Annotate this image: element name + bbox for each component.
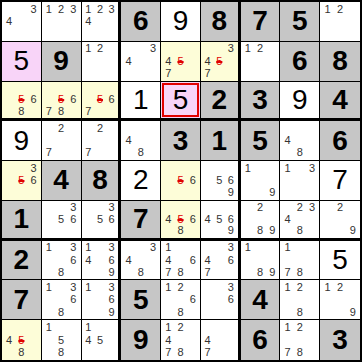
cell-r7c4[interactable]: 348 xyxy=(121,241,161,281)
given-digit: 3 xyxy=(252,86,268,114)
candidate-empty xyxy=(294,162,306,174)
cell-r4c1[interactable]: 9 xyxy=(2,121,42,161)
candidate-8: 8 xyxy=(294,306,306,318)
cell-r1c7[interactable]: 7 xyxy=(241,2,281,42)
candidate-empty xyxy=(43,294,55,306)
candidate-empty xyxy=(346,213,359,225)
cell-r7c7[interactable]: 189 xyxy=(241,241,281,281)
cell-r1c1[interactable]: 34 xyxy=(2,2,42,42)
given-digit: 6 xyxy=(332,127,348,155)
cell-r3c9[interactable]: 4 xyxy=(320,82,360,122)
candidate-8: 8 xyxy=(15,346,27,359)
pencil-marks: 1368 xyxy=(42,241,81,280)
pencil-marks: 4568 xyxy=(161,201,200,238)
cell-r4c3[interactable]: 27 xyxy=(82,121,122,161)
candidate-2: 2 xyxy=(334,3,347,15)
pencil-marks: 1234 xyxy=(82,2,119,41)
candidate-6: 6 xyxy=(187,254,199,266)
cell-r2c1[interactable]: 5 xyxy=(2,42,42,82)
cell-r9c4[interactable]: 9 xyxy=(121,320,161,360)
cell-r5c2[interactable]: 4 xyxy=(42,161,82,201)
candidate-empty xyxy=(3,174,15,186)
cell-r4c7[interactable]: 5 xyxy=(241,121,281,161)
candidate-empty xyxy=(122,147,134,159)
cell-r1c5[interactable]: 9 xyxy=(161,2,201,42)
candidate-9: 9 xyxy=(225,225,237,237)
candidate-empty xyxy=(122,266,134,278)
given-digit: 4 xyxy=(53,166,69,194)
candidate-empty xyxy=(294,122,306,134)
candidate-empty xyxy=(306,346,318,359)
candidate-4: 4 xyxy=(202,55,214,67)
candidate-empty xyxy=(242,213,254,225)
cell-r3c3[interactable]: 567 xyxy=(82,82,122,122)
candidate-empty xyxy=(334,15,347,27)
candidate-empty xyxy=(135,67,147,79)
cell-r5c9[interactable]: 7 xyxy=(320,161,360,201)
candidate-1: 1 xyxy=(281,242,293,254)
pencil-marks: 1278 xyxy=(280,320,319,360)
candidate-empty xyxy=(15,321,27,334)
candidate-empty xyxy=(346,3,359,15)
candidate-empty xyxy=(106,321,118,334)
cell-r5c3[interactable]: 8 xyxy=(82,161,122,201)
cell-r8c2[interactable]: 1368 xyxy=(42,280,82,320)
candidate-6: 6 xyxy=(106,213,118,225)
candidate-1: 1 xyxy=(83,43,95,55)
cell-r2c2[interactable]: 9 xyxy=(42,42,82,82)
pencil-marks: 356 xyxy=(2,161,41,200)
cell-r9c1[interactable]: 458 xyxy=(2,320,42,360)
cell-r3c7[interactable]: 3 xyxy=(241,82,281,122)
candidate-empty xyxy=(187,334,199,347)
candidate-empty xyxy=(67,122,79,134)
candidate-empty xyxy=(174,294,186,306)
candidate-3: 3 xyxy=(106,3,118,15)
candidate-empty xyxy=(43,15,55,27)
candidate-empty xyxy=(254,67,266,79)
candidate-empty xyxy=(202,202,214,214)
cell-r6c8[interactable]: 2348 xyxy=(280,201,320,241)
candidate-2: 2 xyxy=(334,281,347,293)
cell-r1c6[interactable]: 8 xyxy=(201,2,241,42)
cell-r9c7[interactable]: 6 xyxy=(241,320,281,360)
candidate-8: 8 xyxy=(55,346,67,359)
cell-r8c7[interactable]: 4 xyxy=(241,280,281,320)
candidate-empty xyxy=(294,242,306,254)
cell-r1c2[interactable]: 123 xyxy=(42,2,82,42)
pencil-marks: 34 xyxy=(2,2,41,41)
candidate-6: 6 xyxy=(28,174,40,186)
candidate-7: 7 xyxy=(202,266,214,278)
candidate-empty xyxy=(43,254,55,266)
candidate-empty xyxy=(55,242,67,254)
candidate-5-eliminated: 5 xyxy=(15,94,27,106)
candidate-empty xyxy=(28,187,40,199)
cell-r2c7[interactable]: 12 xyxy=(241,42,281,82)
candidate-7: 7 xyxy=(202,346,214,359)
candidate-empty xyxy=(242,187,254,199)
candidate-empty xyxy=(174,43,186,55)
cell-r6c1[interactable]: 1 xyxy=(2,201,42,241)
candidate-6: 6 xyxy=(67,254,79,266)
cell-r2c9[interactable]: 8 xyxy=(320,42,360,82)
given-digit: 8 xyxy=(211,7,227,35)
candidate-7: 7 xyxy=(281,346,293,359)
candidate-empty xyxy=(213,225,225,237)
given-digit: 7 xyxy=(133,205,149,233)
cell-r9c3[interactable]: 145 xyxy=(82,320,122,360)
candidate-empty xyxy=(306,266,318,278)
candidate-1: 1 xyxy=(83,281,95,293)
pencil-marks: 5678 xyxy=(42,82,81,119)
candidate-empty xyxy=(43,266,55,278)
candidate-empty xyxy=(187,321,199,334)
candidate-empty xyxy=(174,242,186,254)
candidate-empty xyxy=(174,254,186,266)
candidate-empty xyxy=(135,135,147,147)
candidate-7: 7 xyxy=(43,147,55,159)
cell-r2c4[interactable]: 34 xyxy=(121,42,161,82)
cell-r8c4[interactable]: 5 xyxy=(121,280,161,320)
candidate-empty xyxy=(83,306,95,318)
cell-r5c5[interactable]: 56 xyxy=(161,161,201,201)
candidate-1: 1 xyxy=(242,43,254,55)
candidate-empty xyxy=(187,225,199,237)
candidate-empty xyxy=(202,242,214,254)
cell-r4c2[interactable]: 27 xyxy=(42,121,82,161)
candidate-empty xyxy=(242,254,254,266)
candidate-empty xyxy=(43,122,55,134)
candidate-empty xyxy=(15,15,27,27)
cell-r5c7[interactable]: 19 xyxy=(241,161,281,201)
cell-r4c9[interactable]: 6 xyxy=(320,121,360,161)
candidate-empty xyxy=(83,225,95,237)
candidate-empty xyxy=(55,254,67,266)
candidate-empty xyxy=(67,83,79,95)
candidate-empty xyxy=(306,135,318,147)
candidate-empty xyxy=(213,43,225,55)
pencil-marks: 4569 xyxy=(201,201,238,238)
candidate-empty xyxy=(147,67,159,79)
candidate-1: 1 xyxy=(83,242,95,254)
cell-r8c8[interactable]: 128 xyxy=(280,280,320,320)
candidate-empty xyxy=(266,174,278,186)
candidate-empty xyxy=(213,187,225,199)
candidate-empty xyxy=(174,187,186,199)
cell-r1c8[interactable]: 5 xyxy=(280,2,320,42)
candidate-empty xyxy=(94,242,106,254)
cell-r1c4[interactable]: 6 xyxy=(121,2,161,42)
candidate-8: 8 xyxy=(174,346,186,359)
candidate-9: 9 xyxy=(106,266,118,278)
candidate-empty xyxy=(213,294,225,306)
candidate-empty xyxy=(346,202,359,214)
candidate-empty xyxy=(67,306,79,318)
given-digit: 8 xyxy=(332,47,348,75)
cell-r3c8[interactable]: 9 xyxy=(280,82,320,122)
candidate-4: 4 xyxy=(202,213,214,225)
cell-r3c4[interactable]: 1 xyxy=(121,82,161,122)
candidate-empty xyxy=(202,321,214,334)
candidate-empty xyxy=(94,266,106,278)
candidate-empty xyxy=(67,28,79,40)
candidate-empty xyxy=(254,55,266,67)
candidate-4: 4 xyxy=(83,334,95,347)
cell-r6c9[interactable]: 29 xyxy=(320,201,360,241)
candidate-1: 1 xyxy=(43,3,55,15)
candidate-5-eliminated: 5 xyxy=(55,94,67,106)
pencil-marks: 1368 xyxy=(42,280,81,319)
pencil-marks: 47 xyxy=(201,320,238,360)
candidate-empty xyxy=(225,346,237,359)
candidate-empty xyxy=(294,334,306,347)
cell-r9c6[interactable]: 47 xyxy=(201,320,241,360)
cell-r7c3[interactable]: 13469 xyxy=(82,241,122,281)
pencil-marks: 1369 xyxy=(82,280,119,319)
candidate-empty xyxy=(187,162,199,174)
candidate-empty xyxy=(187,346,199,359)
candidate-empty xyxy=(266,43,278,55)
candidate-6: 6 xyxy=(225,174,237,186)
candidate-2: 2 xyxy=(55,3,67,15)
candidate-empty xyxy=(306,122,318,134)
candidate-2: 2 xyxy=(94,43,106,55)
candidate-empty xyxy=(55,294,67,306)
cell-r6c7[interactable]: 289 xyxy=(241,201,281,241)
candidate-empty xyxy=(147,147,159,159)
pencil-marks: 1268 xyxy=(161,280,200,319)
candidate-empty xyxy=(202,162,214,174)
candidate-3: 3 xyxy=(28,3,40,15)
given-digit: 5 xyxy=(133,286,149,314)
candidate-empty xyxy=(106,147,118,159)
candidate-empty xyxy=(306,281,318,293)
candidate-empty xyxy=(162,294,174,306)
candidate-empty xyxy=(162,174,174,186)
candidate-empty xyxy=(83,94,95,106)
cell-r9c8[interactable]: 1278 xyxy=(280,320,320,360)
candidate-empty xyxy=(55,15,67,27)
candidate-6: 6 xyxy=(225,213,237,225)
cell-r3c1[interactable]: 568 xyxy=(2,82,42,122)
solved-digit: 5 xyxy=(14,47,30,75)
candidate-empty xyxy=(15,83,27,95)
candidate-3: 3 xyxy=(67,3,79,15)
sudoku-board: 3412312346987512591234457345712685685678… xyxy=(0,0,362,362)
candidate-4: 4 xyxy=(162,55,174,67)
candidate-empty xyxy=(202,281,214,293)
candidate-empty xyxy=(266,67,278,79)
candidate-8: 8 xyxy=(55,306,67,318)
candidate-empty xyxy=(94,106,106,118)
solved-digit: 9 xyxy=(14,127,30,155)
candidate-empty xyxy=(187,187,199,199)
candidate-empty xyxy=(187,67,199,79)
pencil-marks: 568 xyxy=(2,82,41,119)
candidate-empty xyxy=(67,106,79,118)
candidate-empty xyxy=(213,346,225,359)
given-digit: 6 xyxy=(252,326,268,354)
candidate-empty xyxy=(94,28,106,40)
candidate-empty xyxy=(28,15,40,27)
pencil-marks: 189 xyxy=(241,241,280,280)
candidate-empty xyxy=(334,225,347,237)
candidate-empty xyxy=(43,202,55,214)
cell-r8c6[interactable]: 36 xyxy=(201,280,241,320)
candidate-4: 4 xyxy=(202,254,214,266)
candidate-empty xyxy=(242,67,254,79)
candidate-empty xyxy=(15,187,27,199)
candidate-2: 2 xyxy=(174,281,186,293)
candidate-empty xyxy=(147,122,159,134)
candidate-empty xyxy=(83,135,95,147)
candidate-empty xyxy=(187,202,199,214)
cell-r6c5[interactable]: 4568 xyxy=(161,201,201,241)
cell-r4c5[interactable]: 3 xyxy=(161,121,201,161)
pencil-marks: 356 xyxy=(82,201,119,238)
solved-digit: 5 xyxy=(173,86,189,114)
candidate-empty xyxy=(55,202,67,214)
cell-r8c9[interactable]: 129 xyxy=(320,280,360,320)
candidate-empty xyxy=(55,225,67,237)
pencil-marks: 36 xyxy=(201,280,238,319)
pencil-marks: 12 xyxy=(320,2,360,41)
candidate-empty xyxy=(94,306,106,318)
candidate-empty xyxy=(266,202,278,214)
candidate-empty xyxy=(202,43,214,55)
given-digit: 6 xyxy=(133,7,149,35)
candidate-empty xyxy=(213,281,225,293)
cell-r7c9[interactable]: 5 xyxy=(320,241,360,281)
candidate-empty xyxy=(346,28,359,40)
candidate-empty xyxy=(147,254,159,266)
candidate-1: 1 xyxy=(321,281,334,293)
cell-r6c6[interactable]: 4569 xyxy=(201,201,241,241)
candidate-5-eliminated: 5 xyxy=(174,174,186,186)
pencil-marks: 128 xyxy=(280,280,319,319)
candidate-empty xyxy=(294,294,306,306)
candidate-empty xyxy=(94,147,106,159)
cell-r1c3[interactable]: 1234 xyxy=(82,2,122,42)
candidate-empty xyxy=(106,28,118,40)
candidate-8: 8 xyxy=(294,266,306,278)
cell-r7c2[interactable]: 1368 xyxy=(42,241,82,281)
candidate-5: 5 xyxy=(94,334,106,347)
candidate-empty xyxy=(225,334,237,347)
candidate-empty xyxy=(306,294,318,306)
cell-r6c4[interactable]: 7 xyxy=(121,201,161,241)
candidate-9: 9 xyxy=(346,306,359,318)
candidate-2: 2 xyxy=(174,321,186,334)
cell-r4c6[interactable]: 1 xyxy=(201,121,241,161)
candidate-9: 9 xyxy=(106,306,118,318)
candidate-empty xyxy=(346,15,359,27)
candidate-7: 7 xyxy=(162,67,174,79)
pencil-marks: 458 xyxy=(2,320,41,360)
candidate-9: 9 xyxy=(266,266,278,278)
candidate-1: 1 xyxy=(321,3,334,15)
pencil-marks: 12478 xyxy=(161,320,200,360)
cell-r8c5[interactable]: 1268 xyxy=(161,280,201,320)
candidate-empty xyxy=(202,306,214,318)
candidate-empty xyxy=(67,15,79,27)
candidate-empty xyxy=(321,15,334,27)
candidate-2: 2 xyxy=(294,202,306,214)
candidate-empty xyxy=(254,213,266,225)
cell-r2c6[interactable]: 3457 xyxy=(201,42,241,82)
candidate-empty xyxy=(94,281,106,293)
cell-r7c6[interactable]: 3467 xyxy=(201,241,241,281)
candidate-empty xyxy=(254,187,266,199)
candidate-empty xyxy=(43,225,55,237)
candidate-empty xyxy=(187,43,199,55)
cell-r9c5[interactable]: 12478 xyxy=(161,320,201,360)
cell-r8c3[interactable]: 1369 xyxy=(82,280,122,320)
cell-r4c4[interactable]: 48 xyxy=(121,121,161,161)
candidate-1: 1 xyxy=(83,321,95,334)
cell-r2c8[interactable]: 6 xyxy=(280,42,320,82)
cell-r7c8[interactable]: 178 xyxy=(280,241,320,281)
candidate-empty xyxy=(83,294,95,306)
candidate-empty xyxy=(28,83,40,95)
candidate-empty xyxy=(306,334,318,347)
candidate-empty xyxy=(83,28,95,40)
cell-r5c6[interactable]: 569 xyxy=(201,161,241,201)
pencil-marks: 289 xyxy=(241,201,280,238)
cell-r6c2[interactable]: 356 xyxy=(42,201,82,241)
candidate-2: 2 xyxy=(294,281,306,293)
candidate-1: 1 xyxy=(242,162,254,174)
cell-r6c3[interactable]: 356 xyxy=(82,201,122,241)
candidate-empty xyxy=(281,225,293,237)
solved-digit: 5 xyxy=(332,246,348,274)
cell-r7c5[interactable]: 14678 xyxy=(161,241,201,281)
cell-r3c6[interactable]: 2 xyxy=(201,82,241,122)
candidate-empty xyxy=(225,202,237,214)
given-digit: 8 xyxy=(92,166,108,194)
cell-r4c8[interactable]: 48 xyxy=(280,121,320,161)
candidate-empty xyxy=(83,202,95,214)
cell-r2c5[interactable]: 457 xyxy=(161,42,201,82)
cell-r2c3[interactable]: 12 xyxy=(82,42,122,82)
pencil-marks: 178 xyxy=(280,241,319,280)
given-digit: 9 xyxy=(53,47,69,75)
candidate-4: 4 xyxy=(162,254,174,266)
candidate-1: 1 xyxy=(43,321,55,334)
pencil-marks: 123 xyxy=(42,2,81,41)
cell-r3c2[interactable]: 5678 xyxy=(42,82,82,122)
candidate-7: 7 xyxy=(43,106,55,118)
given-digit: 2 xyxy=(211,86,227,114)
cell-r7c1[interactable]: 2 xyxy=(2,241,42,281)
candidate-empty xyxy=(266,162,278,174)
candidate-4: 4 xyxy=(83,254,95,266)
cell-r3c5[interactable]: 5 xyxy=(161,82,201,122)
candidate-4: 4 xyxy=(162,213,174,225)
cell-r9c9[interactable]: 3 xyxy=(320,320,360,360)
candidate-2: 2 xyxy=(334,202,347,214)
cell-r1c9[interactable]: 12 xyxy=(320,2,360,42)
cell-r5c1[interactable]: 356 xyxy=(2,161,42,201)
cell-r8c1[interactable]: 7 xyxy=(2,280,42,320)
cell-r5c4[interactable]: 2 xyxy=(121,161,161,201)
candidate-empty xyxy=(94,83,106,95)
candidate-empty xyxy=(254,254,266,266)
cell-r5c8[interactable]: 13 xyxy=(280,161,320,201)
cell-r9c2[interactable]: 158 xyxy=(42,320,82,360)
candidate-empty xyxy=(67,346,79,359)
